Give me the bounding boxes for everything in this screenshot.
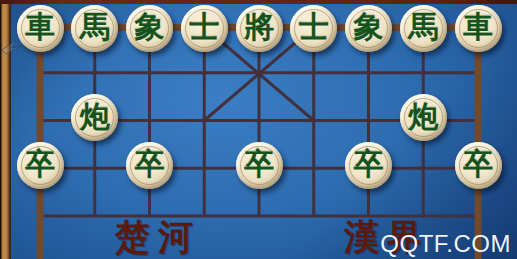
piece-black-soldier-4[interactable]: 卒: [345, 142, 392, 189]
piece-black-horse-right[interactable]: 馬: [400, 5, 447, 52]
piece-glyph: 車: [463, 12, 493, 42]
piece-black-horse-left[interactable]: 馬: [71, 5, 118, 52]
piece-glyph: 卒: [25, 149, 55, 179]
piece-black-chariot-right[interactable]: 車: [455, 5, 502, 52]
watermark-text: QQTF.COM: [380, 230, 511, 258]
piece-glyph: 卒: [354, 149, 384, 179]
river-label-chu-he: 楚河: [103, 219, 213, 254]
piece-black-soldier-3[interactable]: 卒: [236, 142, 283, 189]
piece-glyph: 車: [25, 12, 55, 42]
piece-glyph: 炮: [80, 102, 110, 132]
piece-glyph: 士: [299, 12, 329, 42]
piece-black-advisor-left[interactable]: 士: [181, 5, 228, 52]
piece-black-soldier-5[interactable]: 卒: [455, 142, 502, 189]
piece-glyph: 馬: [408, 12, 438, 42]
piece-glyph: 炮: [408, 102, 438, 132]
piece-glyph: 馬: [80, 12, 110, 42]
piece-black-soldier-1[interactable]: 卒: [17, 142, 64, 189]
piece-black-elephant-right[interactable]: 象: [345, 5, 392, 52]
xiangqi-app-window: 楚河 漢界 車馬象士將士象馬車炮炮卒卒卒卒卒 QQTF.COM: [0, 0, 517, 259]
piece-black-elephant-left[interactable]: 象: [126, 5, 173, 52]
piece-glyph: 士: [189, 12, 219, 42]
board-frame-top: [0, 0, 517, 4]
piece-glyph: 象: [135, 12, 165, 42]
piece-black-soldier-2[interactable]: 卒: [126, 142, 173, 189]
piece-black-advisor-right[interactable]: 士: [290, 5, 337, 52]
piece-glyph: 卒: [244, 149, 274, 179]
piece-glyph: 將: [244, 12, 274, 42]
piece-glyph: 象: [354, 12, 384, 42]
piece-glyph: 卒: [463, 149, 493, 179]
piece-glyph: 卒: [135, 149, 165, 179]
piece-black-cannon-right[interactable]: 炮: [400, 94, 447, 141]
scratch-arrow-icon: [0, 36, 26, 62]
piece-black-cannon-left[interactable]: 炮: [71, 94, 118, 141]
piece-black-general[interactable]: 將: [236, 5, 283, 52]
